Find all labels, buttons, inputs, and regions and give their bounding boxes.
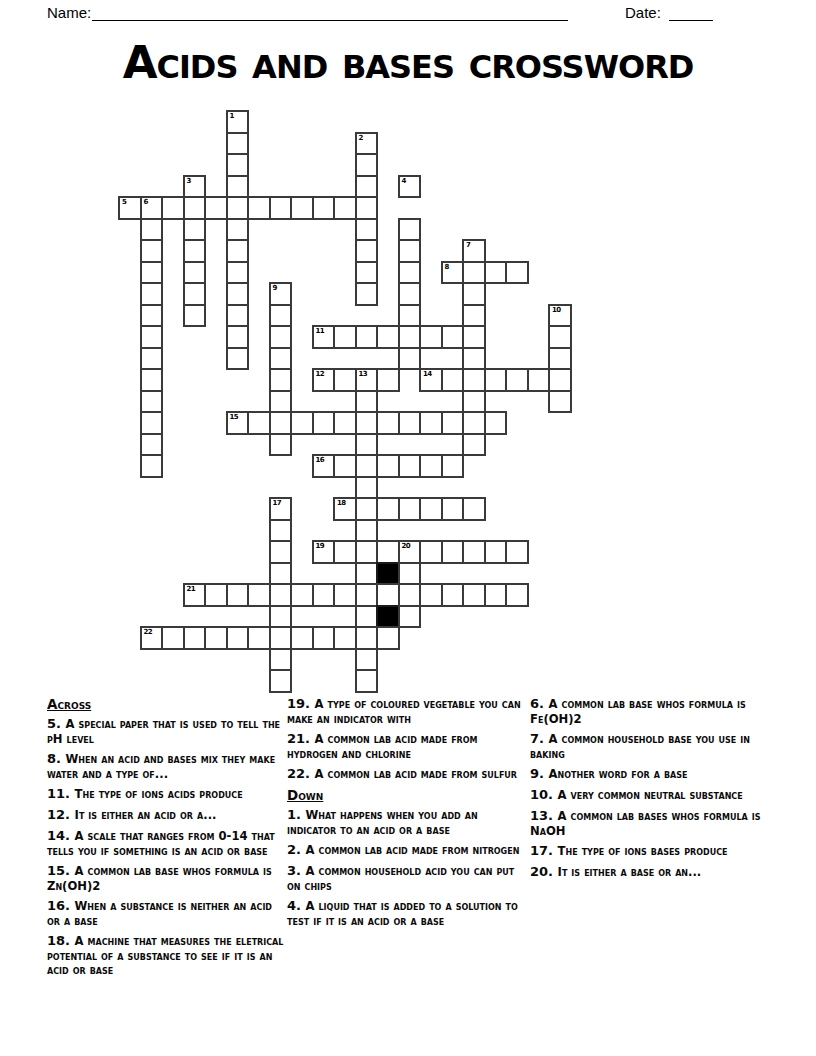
grid-cell[interactable] (376, 626, 400, 650)
grid-cell[interactable] (355, 175, 379, 199)
clue-number: 17 (273, 499, 282, 507)
grid-cell[interactable] (355, 325, 379, 349)
grid-cell[interactable]: 20 (398, 540, 422, 564)
grid-cell[interactable] (140, 282, 164, 306)
grid-cell[interactable]: 1 (226, 110, 250, 134)
grid-cell[interactable] (398, 325, 422, 349)
grid-cell[interactable] (484, 411, 508, 435)
grid-cell[interactable] (398, 497, 422, 521)
grid-cell[interactable] (505, 368, 529, 392)
grid-cell[interactable] (355, 411, 379, 435)
grid-cell[interactable]: 10 (548, 304, 572, 328)
grid-cell[interactable] (398, 347, 422, 371)
grid-cell[interactable] (312, 583, 336, 607)
grid-cell[interactable] (312, 196, 336, 220)
grid-cell[interactable] (269, 325, 293, 349)
grid-cell[interactable] (548, 368, 572, 392)
grid-cell[interactable] (269, 562, 293, 586)
grid-cell[interactable]: 7 (462, 239, 486, 263)
grid-cell[interactable] (355, 626, 379, 650)
grid-cell[interactable] (462, 583, 486, 607)
grid-cell[interactable] (355, 540, 379, 564)
grid-cell[interactable] (226, 626, 250, 650)
grid-cell[interactable] (333, 196, 357, 220)
grid-cell[interactable] (290, 626, 314, 650)
grid-cell[interactable] (269, 626, 293, 650)
grid-cell[interactable] (398, 239, 422, 263)
grid-cell[interactable]: 11 (312, 325, 336, 349)
grid-cell[interactable]: 19 (312, 540, 336, 564)
grid-cell[interactable]: 9 (269, 282, 293, 306)
grid-cell[interactable] (376, 368, 400, 392)
clue-16: 16. When a substance is neither an acid … (47, 898, 285, 928)
date-input-line[interactable] (669, 0, 713, 21)
grid-cell[interactable] (484, 583, 508, 607)
clue-number: 9 (273, 284, 277, 292)
grid-cell[interactable] (441, 411, 465, 435)
grid-cell[interactable] (226, 239, 250, 263)
grid-cell[interactable] (269, 196, 293, 220)
clue-12: 12. It is either an acid or a... (47, 807, 285, 823)
grid-cell[interactable] (376, 540, 400, 564)
grid-cell[interactable]: 18 (333, 497, 357, 521)
grid-cell[interactable] (161, 626, 185, 650)
clue-column-2: 19. A type of coloured vegetable you can… (287, 696, 528, 933)
grid-cell[interactable] (376, 583, 400, 607)
puzzle-title: Acids and bases crossword (0, 38, 816, 88)
grid-cell[interactable] (462, 347, 486, 371)
grid-cell[interactable] (204, 196, 228, 220)
grid-cell[interactable] (355, 605, 379, 629)
grid-cell[interactable] (376, 497, 400, 521)
grid-cell[interactable] (140, 368, 164, 392)
grid-cell[interactable] (355, 196, 379, 220)
clue-number: 12 (316, 370, 325, 378)
grid-cell[interactable] (355, 583, 379, 607)
clue-number: 16 (316, 456, 325, 464)
grid-cell[interactable] (183, 626, 207, 650)
grid-cell[interactable] (462, 540, 486, 564)
grid-cell[interactable] (419, 497, 443, 521)
grid-cell[interactable] (269, 648, 293, 672)
grid-cell[interactable] (269, 433, 293, 457)
clue-column-1: Across5. A special paper that is used to… (47, 696, 285, 982)
grid-cell[interactable] (505, 261, 529, 285)
grid-cell[interactable] (247, 411, 271, 435)
grid-cell[interactable] (226, 304, 250, 328)
grid-cell[interactable] (247, 196, 271, 220)
black-cell (376, 605, 400, 629)
across-header: Across (47, 696, 285, 712)
grid-cell[interactable] (548, 390, 572, 414)
grid-cell[interactable] (290, 583, 314, 607)
grid-cell[interactable] (312, 411, 336, 435)
grid-cell[interactable] (247, 626, 271, 650)
grid-cell[interactable] (183, 304, 207, 328)
grid-cell[interactable] (269, 519, 293, 543)
clue-14: 14. A scale that ranges from 0-14 that t… (47, 828, 285, 858)
grid-cell[interactable] (269, 390, 293, 414)
grid-cell[interactable]: 6 (140, 196, 164, 220)
grid-cell[interactable] (419, 454, 443, 478)
worksheet-page: Name: Date: Acids and bases crossword 12… (0, 0, 816, 1056)
grid-cell[interactable] (355, 648, 379, 672)
grid-cell[interactable] (398, 218, 422, 242)
grid-cell[interactable] (269, 347, 293, 371)
clue-number: 4 (402, 177, 406, 185)
grid-cell[interactable] (269, 605, 293, 629)
grid-cell[interactable] (226, 282, 250, 306)
grid-cell[interactable] (462, 325, 486, 349)
grid-cell[interactable] (441, 540, 465, 564)
grid-cell[interactable] (183, 282, 207, 306)
grid-cell[interactable] (226, 196, 250, 220)
grid-cell[interactable] (204, 583, 228, 607)
grid-cell[interactable] (441, 454, 465, 478)
grid-cell[interactable]: 13 (355, 368, 379, 392)
grid-cell[interactable] (140, 433, 164, 457)
clue-number: 6 (144, 198, 148, 206)
grid-cell[interactable]: 12 (312, 368, 336, 392)
grid-cell[interactable] (140, 261, 164, 285)
grid-cell[interactable] (269, 411, 293, 435)
grid-cell[interactable] (462, 433, 486, 457)
grid-cell[interactable] (462, 261, 486, 285)
grid-cell[interactable] (226, 132, 250, 156)
grid-cell[interactable] (355, 282, 379, 306)
grid-cell[interactable] (355, 239, 379, 263)
down-header: Down (287, 787, 528, 803)
clue-9: 9. Another word for a base (530, 766, 782, 782)
grid-cell[interactable]: 21 (183, 583, 207, 607)
grid-cell[interactable] (140, 304, 164, 328)
grid-cell[interactable] (441, 497, 465, 521)
clue-20: 20. It is either a base or an... (530, 864, 782, 880)
grid-cell[interactable] (484, 368, 508, 392)
grid-cell[interactable]: 2 (355, 132, 379, 156)
grid-cell[interactable] (269, 583, 293, 607)
grid-cell[interactable] (484, 261, 508, 285)
grid-cell[interactable] (312, 626, 336, 650)
grid-cell[interactable] (398, 304, 422, 328)
grid-cell[interactable] (419, 325, 443, 349)
grid-cell[interactable] (355, 454, 379, 478)
clue-number: 7 (466, 241, 470, 249)
clue-number: 10 (552, 306, 561, 314)
clue-number: 3 (187, 177, 191, 185)
clue-13: 13. A common lab bases whos formula is N… (530, 808, 782, 838)
clue-10: 10. A very common neutral substance (530, 787, 782, 803)
grid-cell[interactable] (333, 540, 357, 564)
grid-cell[interactable]: 5 (118, 196, 142, 220)
grid-cell[interactable] (355, 153, 379, 177)
grid-cell[interactable] (226, 153, 250, 177)
grid-cell[interactable] (398, 411, 422, 435)
grid-cell[interactable] (548, 347, 572, 371)
grid-cell[interactable] (376, 454, 400, 478)
grid-cell[interactable] (355, 519, 379, 543)
grid-cell[interactable] (419, 540, 443, 564)
name-label: Name: (47, 4, 91, 21)
grid-cell[interactable] (462, 304, 486, 328)
grid-cell[interactable] (183, 261, 207, 285)
grid-cell[interactable] (419, 411, 443, 435)
grid-cell[interactable] (462, 497, 486, 521)
clue-number: 14 (423, 370, 432, 378)
grid-cell[interactable] (548, 325, 572, 349)
grid-cell[interactable] (355, 476, 379, 500)
grid-cell[interactable] (183, 196, 207, 220)
grid-cell[interactable] (355, 562, 379, 586)
grid-cell[interactable] (333, 626, 357, 650)
grid-cell[interactable] (333, 325, 357, 349)
grid-cell[interactable] (333, 368, 357, 392)
clue-2: 2. A common lab acid made from nitrogen (287, 842, 528, 858)
grid-cell[interactable] (290, 411, 314, 435)
grid-cell[interactable]: 8 (441, 261, 465, 285)
grid-cell[interactable] (140, 411, 164, 435)
grid-cell[interactable]: 14 (419, 368, 443, 392)
grid-cell[interactable] (355, 433, 379, 457)
grid-cell[interactable] (226, 583, 250, 607)
grid-cell[interactable] (398, 583, 422, 607)
grid-cell[interactable] (269, 304, 293, 328)
grid-cell[interactable] (419, 583, 443, 607)
date-label: Date: (625, 4, 661, 21)
clue-4: 4. A liquid that is added to a solution … (287, 898, 528, 928)
grid-cell[interactable]: 17 (269, 497, 293, 521)
grid-cell[interactable] (183, 218, 207, 242)
clue-number: 2 (359, 134, 363, 142)
clue-number: 20 (402, 542, 411, 550)
grid-cell[interactable] (226, 261, 250, 285)
grid-cell[interactable] (226, 175, 250, 199)
clue-15: 15. A common lab base whos formula is Zn… (47, 863, 285, 893)
clue-17: 17. The type of ions bases produce (530, 843, 782, 859)
grid-cell[interactable]: 16 (312, 454, 336, 478)
grid-cell[interactable] (204, 626, 228, 650)
grid-cell[interactable]: 4 (398, 175, 422, 199)
clue-7: 7. A common household base you use in ba… (530, 731, 782, 761)
grid-cell[interactable] (484, 540, 508, 564)
grid-cell[interactable] (376, 411, 400, 435)
clue-number: 5 (122, 198, 126, 206)
grid-cell[interactable] (269, 540, 293, 564)
grid-cell[interactable] (462, 368, 486, 392)
grid-cell[interactable] (355, 390, 379, 414)
grid-cell[interactable] (441, 583, 465, 607)
grid-cell[interactable] (140, 347, 164, 371)
grid-cell[interactable] (398, 282, 422, 306)
clue-number: 19 (316, 542, 325, 550)
grid-cell[interactable] (161, 196, 185, 220)
clue-number: 22 (144, 628, 153, 636)
clue-11: 11. The type of ions acids produce (47, 786, 285, 802)
grid-cell[interactable]: 22 (140, 626, 164, 650)
grid-cell[interactable] (247, 583, 271, 607)
black-cell (376, 562, 400, 586)
grid-cell[interactable] (355, 218, 379, 242)
clue-8: 8. When an acid and bases mix they make … (47, 751, 285, 781)
clue-19: 19. A type of coloured vegetable you can… (287, 696, 528, 726)
clue-number: 8 (445, 263, 449, 271)
grid-cell[interactable] (183, 239, 207, 263)
clue-22: 22. A common lab acid made from sulfur (287, 766, 528, 782)
grid-cell[interactable] (140, 325, 164, 349)
grid-cell[interactable] (333, 411, 357, 435)
grid-cell[interactable] (226, 347, 250, 371)
clue-number: 13 (359, 370, 368, 378)
clue-number: 1 (230, 112, 234, 120)
grid-cell[interactable] (333, 454, 357, 478)
grid-cell[interactable] (355, 669, 379, 693)
grid-cell[interactable] (140, 454, 164, 478)
grid-cell[interactable] (462, 390, 486, 414)
clue-1: 1. What happens when you add an indicato… (287, 807, 528, 837)
grid-cell[interactable] (140, 390, 164, 414)
grid-cell[interactable] (290, 196, 314, 220)
grid-cell[interactable] (441, 325, 465, 349)
grid-cell[interactable]: 3 (183, 175, 207, 199)
grid-cell[interactable] (398, 454, 422, 478)
crossword-grid[interactable]: 12345678910111213141516171819202122 (118, 110, 572, 693)
grid-cell[interactable] (355, 497, 379, 521)
clue-number: 15 (230, 413, 239, 421)
grid-cell[interactable] (398, 605, 422, 629)
grid-cell[interactable] (140, 218, 164, 242)
clue-column-3: 6. A common lab base whos formula is Fe(… (530, 696, 782, 884)
grid-cell[interactable] (527, 368, 551, 392)
clue-number: 11 (316, 327, 325, 335)
clue-number: 21 (187, 585, 196, 593)
name-input-line[interactable] (92, 0, 568, 21)
grid-cell[interactable] (226, 218, 250, 242)
grid-cell[interactable] (398, 562, 422, 586)
clue-3: 3. A common household acid you can put o… (287, 863, 528, 893)
grid-cell[interactable] (269, 368, 293, 392)
grid-cell[interactable] (333, 583, 357, 607)
clue-5: 5. A special paper that is used to tell … (47, 716, 285, 746)
grid-cell[interactable] (269, 669, 293, 693)
grid-cell[interactable] (226, 325, 250, 349)
grid-cell[interactable] (441, 368, 465, 392)
grid-cell[interactable] (376, 325, 400, 349)
grid-cell[interactable] (505, 583, 529, 607)
grid-cell[interactable] (140, 239, 164, 263)
grid-cell[interactable]: 15 (226, 411, 250, 435)
grid-cell[interactable] (398, 261, 422, 285)
grid-cell[interactable] (355, 261, 379, 285)
clue-number: 18 (337, 499, 346, 507)
clue-6: 6. A common lab base whos formula is Fe(… (530, 696, 782, 726)
clue-18: 18. A machine that measures the eletrica… (47, 933, 285, 977)
grid-cell[interactable] (505, 540, 529, 564)
grid-cell[interactable] (462, 282, 486, 306)
grid-cell[interactable] (462, 411, 486, 435)
clue-21: 21. A common lab acid made from hydrogen… (287, 731, 528, 761)
